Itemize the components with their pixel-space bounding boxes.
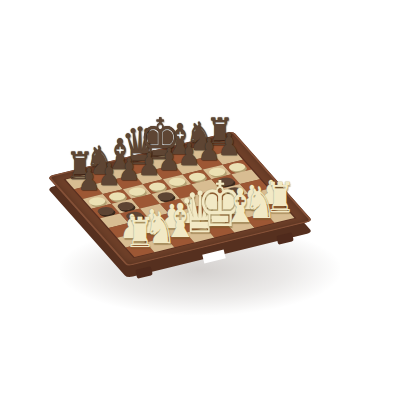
chess-set-photo: ♜♞♝♛♚♝♞♜♟♟♟♟♟♟♟♟♟♟♟♟♟♟♟♟♜♞♝♛♚♝♞♜ xyxy=(0,0,400,400)
